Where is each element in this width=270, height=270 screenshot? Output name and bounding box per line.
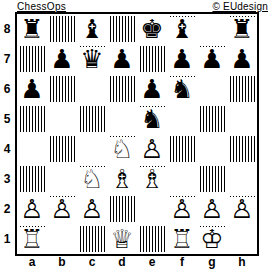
square-c4 xyxy=(77,134,107,164)
square-c2: ♙ xyxy=(77,194,107,224)
file-label-f: f xyxy=(167,255,197,269)
file-label-c: c xyxy=(77,255,107,269)
square-d8 xyxy=(107,14,137,44)
square-c7: ♛ xyxy=(77,44,107,74)
square-a4 xyxy=(17,134,47,164)
rank-label-3: 3 xyxy=(0,164,14,194)
white-pawn-icon: ♙ xyxy=(229,197,254,222)
square-c3: ♘ xyxy=(77,164,107,194)
square-b2: ♙ xyxy=(47,194,77,224)
white-rook-icon: ♖ xyxy=(19,227,44,252)
square-e4: ♙ xyxy=(137,134,167,164)
square-a1: ♖ xyxy=(17,224,47,254)
square-b6 xyxy=(47,74,77,104)
square-c5 xyxy=(77,104,107,134)
black-king-icon: ♚ xyxy=(139,17,164,42)
square-b8 xyxy=(47,14,77,44)
white-rook-icon: ♖ xyxy=(169,227,194,252)
black-rook-icon: ♜ xyxy=(229,17,254,42)
file-label-h: h xyxy=(227,255,257,269)
black-pawn-icon: ♟ xyxy=(139,77,164,102)
white-pawn-icon: ♙ xyxy=(139,137,164,162)
square-d2 xyxy=(107,194,137,224)
square-e5: ♞ xyxy=(137,104,167,134)
black-pawn-icon: ♟ xyxy=(109,47,134,72)
square-f4 xyxy=(167,134,197,164)
black-knight-icon: ♞ xyxy=(169,77,194,102)
file-label-d: d xyxy=(107,255,137,269)
square-f7: ♟ xyxy=(167,44,197,74)
square-b1 xyxy=(47,224,77,254)
white-bishop-icon: ♗ xyxy=(139,167,164,192)
square-e3: ♗ xyxy=(137,164,167,194)
file-labels: abcdefgh xyxy=(17,255,257,269)
page: ChessOps © EUdesign 87654321 ♜♝♚♝♜♟♛♟♟♟♟… xyxy=(0,0,270,270)
square-h4 xyxy=(227,134,257,164)
rank-label-7: 7 xyxy=(0,44,14,74)
square-h8: ♜ xyxy=(227,14,257,44)
square-b3 xyxy=(47,164,77,194)
square-b5 xyxy=(47,104,77,134)
white-pawn-icon: ♙ xyxy=(19,197,44,222)
square-f3 xyxy=(167,164,197,194)
square-c6 xyxy=(77,74,107,104)
square-h3 xyxy=(227,164,257,194)
square-h5 xyxy=(227,104,257,134)
square-f5 xyxy=(167,104,197,134)
square-g2: ♙ xyxy=(197,194,227,224)
black-pawn-icon: ♟ xyxy=(199,47,224,72)
rank-label-6: 6 xyxy=(0,74,14,104)
white-pawn-icon: ♙ xyxy=(79,197,104,222)
square-e6: ♟ xyxy=(137,74,167,104)
credit-text: © EUdesign xyxy=(212,1,268,12)
black-bishop-icon: ♝ xyxy=(79,17,104,42)
square-g7: ♟ xyxy=(197,44,227,74)
square-f1: ♖ xyxy=(167,224,197,254)
black-knight-icon: ♞ xyxy=(139,107,164,132)
square-g1: ♔ xyxy=(197,224,227,254)
file-label-b: b xyxy=(47,255,77,269)
file-label-a: a xyxy=(17,255,47,269)
square-e8: ♚ xyxy=(137,14,167,44)
white-queen-icon: ♕ xyxy=(109,227,134,252)
rank-label-4: 4 xyxy=(0,134,14,164)
square-a8: ♜ xyxy=(17,14,47,44)
square-g8 xyxy=(197,14,227,44)
square-f6: ♞ xyxy=(167,74,197,104)
square-h2: ♙ xyxy=(227,194,257,224)
square-d6 xyxy=(107,74,137,104)
file-label-e: e xyxy=(137,255,167,269)
white-king-icon: ♔ xyxy=(199,227,224,252)
square-e1 xyxy=(137,224,167,254)
black-pawn-icon: ♟ xyxy=(169,47,194,72)
white-pawn-icon: ♙ xyxy=(169,197,194,222)
white-pawn-icon: ♙ xyxy=(199,197,224,222)
square-g3 xyxy=(197,164,227,194)
square-d1: ♕ xyxy=(107,224,137,254)
black-rook-icon: ♜ xyxy=(19,17,44,42)
rank-label-8: 8 xyxy=(0,14,14,44)
square-a5 xyxy=(17,104,47,134)
rank-label-5: 5 xyxy=(0,104,14,134)
square-a7 xyxy=(17,44,47,74)
white-knight-icon: ♘ xyxy=(109,137,134,162)
square-a2: ♙ xyxy=(17,194,47,224)
square-d7: ♟ xyxy=(107,44,137,74)
black-pawn-icon: ♟ xyxy=(49,47,74,72)
square-e2 xyxy=(137,194,167,224)
chess-board: ♜♝♚♝♜♟♛♟♟♟♟♟♟♞♞♘♙♘♗♗♙♙♙♙♙♙♖♕♖♔ xyxy=(15,12,259,256)
black-pawn-icon: ♟ xyxy=(229,47,254,72)
square-a3 xyxy=(17,164,47,194)
square-c1 xyxy=(77,224,107,254)
black-pawn-icon: ♟ xyxy=(19,77,44,102)
square-d3: ♗ xyxy=(107,164,137,194)
header: ChessOps © EUdesign xyxy=(0,1,268,12)
square-c8: ♝ xyxy=(77,14,107,44)
white-pawn-icon: ♙ xyxy=(49,197,74,222)
app-title: ChessOps xyxy=(17,1,66,12)
square-f8: ♝ xyxy=(167,14,197,44)
square-e7 xyxy=(137,44,167,74)
rank-labels: 87654321 xyxy=(0,14,14,254)
square-b4 xyxy=(47,134,77,164)
black-queen-icon: ♛ xyxy=(79,47,104,72)
square-d5 xyxy=(107,104,137,134)
square-b7: ♟ xyxy=(47,44,77,74)
square-h1 xyxy=(227,224,257,254)
square-h6 xyxy=(227,74,257,104)
square-h7: ♟ xyxy=(227,44,257,74)
rank-label-1: 1 xyxy=(0,224,14,254)
black-bishop-icon: ♝ xyxy=(169,17,194,42)
square-d4: ♘ xyxy=(107,134,137,164)
square-a6: ♟ xyxy=(17,74,47,104)
white-knight-icon: ♘ xyxy=(79,167,104,192)
square-f2: ♙ xyxy=(167,194,197,224)
white-bishop-icon: ♗ xyxy=(109,167,134,192)
square-g5 xyxy=(197,104,227,134)
square-g6 xyxy=(197,74,227,104)
square-g4 xyxy=(197,134,227,164)
rank-label-2: 2 xyxy=(0,194,14,224)
file-label-g: g xyxy=(197,255,227,269)
